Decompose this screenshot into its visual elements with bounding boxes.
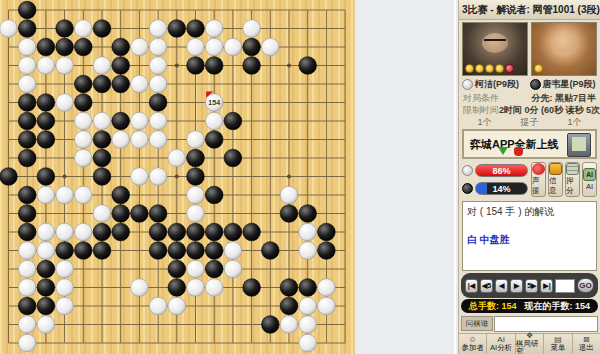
medal-icon: [495, 64, 504, 73]
white-player-row: 柯洁(P9段): [462, 77, 530, 91]
sidebar: 3比赛 - 解说者: 网管1001 (3段): [458, 0, 600, 354]
conditions-label: 对局条件: [463, 92, 499, 104]
exit-button[interactable]: ⊠ 退出: [573, 334, 600, 354]
win-rate-and-actions: 86% 14% 声援 信息 押分: [459, 159, 600, 199]
info-label: 信息: [549, 176, 562, 196]
commentary-header: 对 ( 154 手 ) 的解说: [467, 205, 592, 219]
black-player-face: [551, 33, 577, 53]
game-research-label: 棋局研究: [516, 340, 543, 354]
banner-icons: [498, 147, 523, 156]
current-move: 现在的手数: 154: [524, 300, 590, 313]
black-win-bar: 14%: [475, 182, 528, 195]
black-player-name: 唐韦星(P9段): [543, 78, 596, 91]
bet-points-button[interactable]: 押分: [565, 162, 580, 197]
rose-medal-icon: [505, 64, 514, 73]
forward-5-button[interactable]: 5▶: [525, 279, 538, 293]
game-research-button[interactable]: ❖ 棋局研究: [516, 334, 544, 354]
game-result: 白 中盘胜: [467, 233, 592, 247]
player-names: 柯洁(P9段) 唐韦星(P9段): [459, 76, 600, 91]
glasses-icon: [484, 39, 506, 44]
black-win-row: 14%: [462, 182, 528, 195]
menu-button[interactable]: ▤ 菜单: [544, 334, 572, 354]
go-board-svg[interactable]: 154: [0, 0, 355, 354]
move-navigation: |◀ ◀5 ◀ ▶ 5▶ ▶| GO: [461, 273, 598, 298]
medal-icon: [534, 64, 543, 73]
broadcast-title: 3比赛 - 解说者: 网管1001 (3段): [459, 0, 600, 20]
white-win-row: 86%: [462, 164, 528, 177]
ai-analysis-label: AI分析: [490, 344, 512, 352]
participants-label: 参加者: [461, 344, 484, 352]
go-button[interactable]: GO: [577, 278, 594, 293]
game-info: 对局条件 分先: 黑贴7目半 限制时间 2时间 0分 (60秒 读秒 5次) 1…: [459, 91, 600, 129]
apple-icon: [514, 147, 523, 156]
go-board[interactable]: 154: [0, 0, 355, 354]
rose-icon: [532, 163, 545, 175]
ai-analysis-button[interactable]: AI AI分析: [487, 334, 515, 354]
board-zone: 154: [0, 0, 458, 354]
svg-text:154: 154: [208, 99, 220, 106]
move-counter-bar: 总手数: 154 现在的手数: 154: [461, 299, 598, 313]
separator-line: [454, 0, 456, 354]
back-5-button[interactable]: ◀5: [480, 279, 493, 293]
back-button[interactable]: ◀: [495, 279, 508, 293]
commentary-box[interactable]: 对 ( 154 手 ) 的解说 白 中盘胜: [462, 201, 597, 271]
cheer-label: 声援: [532, 176, 545, 196]
forward-button[interactable]: ▶: [510, 279, 523, 293]
black-stone-icon: [462, 183, 473, 194]
bet-label: 押分: [566, 176, 579, 196]
black-captures: 1个: [567, 116, 581, 128]
white-player-name: 柯洁(P9段): [475, 78, 519, 91]
move-number-input[interactable]: [555, 279, 575, 293]
time-limit-value: 2时间 0分 (60秒 读秒 5次): [499, 104, 600, 116]
bottom-toolbar: ☺ 参加者 AI AI分析 ❖ 棋局研究 ▤ 菜单 ⊠ 退出: [459, 333, 600, 354]
camera-icon: [549, 163, 562, 175]
white-stone-icon: [462, 165, 473, 176]
ai-label: AI: [586, 182, 593, 191]
medal-icon: [475, 64, 484, 73]
black-player-row: 唐韦星(P9段): [530, 77, 598, 91]
black-stone-icon: [530, 79, 541, 90]
last-move-button[interactable]: ▶|: [540, 279, 553, 293]
conditions-value: 分先: 黑贴7目半: [531, 92, 596, 104]
captures-label: 提子: [520, 116, 538, 128]
black-player-photo: [531, 22, 597, 76]
action-buttons: 声援 信息 押分 AI AI: [531, 162, 597, 197]
ai-chip-icon: AI: [583, 168, 596, 181]
menu-label: 菜单: [550, 344, 565, 352]
participants-button[interactable]: ☺ 参加者: [459, 334, 487, 354]
app-promo-banner[interactable]: 弈城APP全新上线: [462, 129, 597, 159]
medal-icon: [465, 64, 474, 73]
player-photos: [459, 20, 600, 76]
white-captures: 1个: [477, 116, 491, 128]
phone-icon: [567, 133, 591, 157]
total-moves: 总手数: 154: [469, 300, 517, 313]
money-stack-icon: [566, 163, 579, 175]
medal-icon: [485, 64, 494, 73]
cheer-button[interactable]: 声援: [531, 162, 546, 197]
black-player-medals: [534, 64, 543, 73]
info-button[interactable]: 信息: [548, 162, 563, 197]
request-kifu-button[interactable]: 问棋谱: [461, 316, 493, 331]
exit-label: 退出: [579, 344, 594, 352]
ai-button[interactable]: AI AI: [582, 162, 597, 197]
white-stone-icon: [462, 79, 473, 90]
board-right-margin: [355, 0, 458, 354]
chat-input[interactable]: [494, 316, 598, 332]
win-rate-bars: 86% 14%: [462, 162, 528, 197]
download-arrow-icon: [498, 147, 508, 155]
white-player-medals: [465, 64, 514, 73]
white-win-bar: 86%: [475, 164, 528, 177]
go-broadcast-app: 154 3比赛 - 解说者: 网管1001 (3段): [0, 0, 600, 354]
first-move-button[interactable]: |◀: [465, 279, 478, 293]
time-limit-label: 限制时间: [463, 104, 499, 116]
white-player-photo: [462, 22, 528, 76]
